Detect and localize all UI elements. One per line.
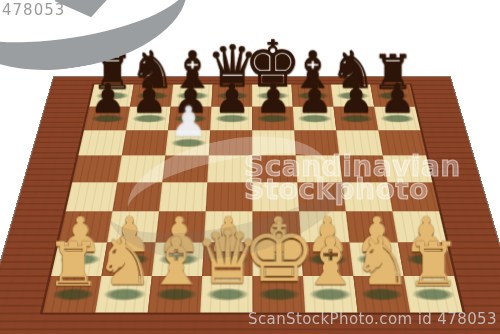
square-f1: ♝ bbox=[303, 276, 358, 312]
square-a7: ♟ bbox=[84, 107, 130, 131]
black-pawn-d7: ♟ bbox=[213, 78, 249, 118]
square-b7: ♟ bbox=[126, 107, 171, 131]
photo-scene: ♜♞♝♛♚♝♞♜♟♟♟♟♟♟♟♟♟♟♟♟♟♟♟♟♟♜♞♝♛♚♝♞♜ bbox=[0, 0, 500, 334]
square-b1: ♞ bbox=[95, 276, 152, 312]
square-h7: ♟ bbox=[374, 107, 420, 131]
black-pawn-h7: ♟ bbox=[379, 78, 415, 118]
square-e7: ♟ bbox=[252, 107, 294, 131]
board-grid: ♜♞♝♛♚♝♞♜♟♟♟♟♟♟♟♟♟♟♟♟♟♟♟♟♟♜♞♝♛♚♝♞♜ bbox=[43, 85, 463, 313]
square-c5 bbox=[162, 155, 208, 182]
black-pawn-f7: ♟ bbox=[296, 78, 332, 118]
black-pawn-e7: ♟ bbox=[255, 78, 291, 118]
square-h5 bbox=[383, 155, 433, 182]
square-d5 bbox=[207, 155, 252, 182]
square-e1: ♚ bbox=[253, 276, 306, 312]
white-rook-h1: ♜ bbox=[405, 233, 459, 294]
square-h1: ♜ bbox=[404, 276, 463, 312]
white-rook-a1: ♜ bbox=[46, 233, 100, 294]
black-pawn-g7: ♟ bbox=[337, 78, 373, 118]
square-g7: ♟ bbox=[333, 107, 378, 131]
white-bishop-f1: ♝ bbox=[300, 228, 359, 294]
square-a1: ♜ bbox=[43, 276, 102, 312]
black-pawn-b7: ♟ bbox=[131, 78, 167, 118]
white-knight-b1: ♞ bbox=[95, 228, 154, 294]
square-d6 bbox=[209, 130, 252, 155]
square-f6 bbox=[294, 130, 339, 155]
square-a6 bbox=[78, 130, 126, 155]
square-h6 bbox=[378, 130, 426, 155]
square-e5 bbox=[252, 155, 297, 182]
square-c6: ♟ bbox=[165, 130, 210, 155]
square-g5 bbox=[339, 155, 387, 182]
square-a5 bbox=[72, 155, 122, 182]
square-e6 bbox=[252, 130, 296, 155]
square-b6 bbox=[122, 130, 168, 155]
chess-board: ♜♞♝♛♚♝♞♜♟♟♟♟♟♟♟♟♟♟♟♟♟♟♟♟♟♜♞♝♛♚♝♞♜ bbox=[0, 77, 500, 334]
square-d7: ♟ bbox=[210, 107, 252, 131]
black-pawn-a7: ♟ bbox=[89, 78, 125, 118]
square-g6 bbox=[336, 130, 382, 155]
square-b5 bbox=[117, 155, 165, 182]
white-knight-g1: ♞ bbox=[352, 228, 411, 294]
square-f7: ♟ bbox=[293, 107, 336, 131]
square-g1: ♞ bbox=[353, 276, 410, 312]
glass-pawn-c6: ♟ bbox=[169, 101, 206, 143]
square-f5 bbox=[296, 155, 343, 182]
